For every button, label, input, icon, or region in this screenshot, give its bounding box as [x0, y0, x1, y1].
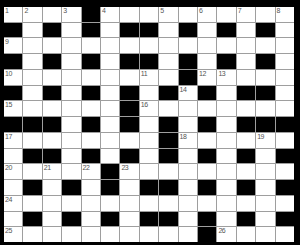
white-cell-r4c2[interactable]: [23, 54, 41, 69]
white-cell-r11c11[interactable]: [198, 164, 216, 179]
white-cell-r5c14[interactable]: [256, 70, 274, 85]
black-cell-r8c1: [4, 117, 22, 132]
black-cell-r6c3: [43, 86, 61, 101]
clue-number-9: 9: [5, 38, 8, 46]
white-cell-r6c2[interactable]: [23, 86, 41, 101]
black-cell-r6c1: [4, 86, 22, 101]
black-cell-r10c5: [82, 149, 100, 164]
white-cell-r13c4[interactable]: [62, 196, 80, 211]
white-cell-r15c5[interactable]: [82, 227, 100, 242]
white-cell-r15c4[interactable]: [62, 227, 80, 242]
black-cell-r15c11: [198, 227, 216, 242]
white-cell-r5c7[interactable]: [120, 70, 138, 85]
black-cell-r6c9: [159, 86, 177, 101]
black-cell-r10c2: [23, 149, 41, 164]
white-cell-r12c1[interactable]: [4, 180, 22, 195]
white-cell-r13c13[interactable]: [237, 196, 255, 211]
black-cell-r11c6: [101, 164, 119, 179]
white-cell-r9c7[interactable]: [120, 133, 138, 148]
white-cell-r15c7[interactable]: [120, 227, 138, 242]
white-cell-r10c8[interactable]: [140, 149, 158, 164]
white-cell-r6c8[interactable]: [140, 86, 158, 101]
white-cell-r1c10[interactable]: [179, 7, 197, 22]
white-cell-r15c6[interactable]: [101, 227, 119, 242]
clue-number-13: 13: [218, 70, 225, 78]
black-cell-r8c3: [43, 117, 61, 132]
white-cell-r2c4[interactable]: [62, 23, 80, 38]
clue-number-18: 18: [180, 133, 187, 141]
white-cell-r7c11[interactable]: [198, 101, 216, 116]
white-cell-r11c13[interactable]: [237, 164, 255, 179]
white-cell-r11c15[interactable]: [276, 164, 294, 179]
white-cell-r9c10[interactable]: 18: [179, 133, 197, 148]
white-cell-r9c5[interactable]: [82, 133, 100, 148]
white-cell-r15c14[interactable]: [256, 227, 274, 242]
white-cell-r5c6[interactable]: [101, 70, 119, 85]
white-cell-r7c4[interactable]: [62, 101, 80, 116]
black-cell-r10c13: [237, 149, 255, 164]
white-cell-r5c13[interactable]: [237, 70, 255, 85]
black-cell-r7c7: [120, 101, 138, 116]
white-cell-r11c10[interactable]: [179, 164, 197, 179]
white-cell-r7c8[interactable]: 16: [140, 101, 158, 116]
white-cell-r7c13[interactable]: [237, 101, 255, 116]
white-cell-r3c12[interactable]: [217, 38, 235, 53]
black-cell-r6c7: [120, 86, 138, 101]
white-cell-r2c13[interactable]: [237, 23, 255, 38]
white-cell-r1c1[interactable]: 1: [4, 7, 22, 22]
white-cell-r1c3[interactable]: [43, 7, 61, 22]
white-cell-r5c11[interactable]: 12: [198, 70, 216, 85]
white-cell-r11c12[interactable]: [217, 164, 235, 179]
clue-number-6: 6: [199, 7, 202, 15]
white-cell-r15c13[interactable]: [237, 227, 255, 242]
white-cell-r15c9[interactable]: [159, 227, 177, 242]
black-cell-r8c2: [23, 117, 41, 132]
white-cell-r6c10[interactable]: 14: [179, 86, 197, 101]
white-cell-r5c1[interactable]: 10: [4, 70, 22, 85]
white-cell-r7c15[interactable]: [276, 101, 294, 116]
black-cell-r8c5: [82, 117, 100, 132]
black-cell-r2c8: [140, 23, 158, 38]
white-cell-r5c8[interactable]: 11: [140, 70, 158, 85]
clue-number-10: 10: [5, 70, 12, 78]
white-cell-r7c12[interactable]: [217, 101, 235, 116]
white-cell-r12c12[interactable]: [217, 180, 235, 195]
white-cell-r13c8[interactable]: [140, 196, 158, 211]
white-cell-r1c7[interactable]: [120, 7, 138, 22]
black-cell-r6c14: [256, 86, 274, 101]
white-cell-r6c12[interactable]: [217, 86, 235, 101]
black-cell-r14c4: [62, 212, 80, 227]
white-cell-r9c6[interactable]: [101, 133, 119, 148]
black-cell-r12c9: [159, 180, 177, 195]
black-cell-r14c9: [159, 212, 177, 227]
white-cell-r15c8[interactable]: [140, 227, 158, 242]
white-cell-r5c5[interactable]: [82, 70, 100, 85]
white-cell-r9c3[interactable]: [43, 133, 61, 148]
clue-number-12: 12: [199, 70, 206, 78]
clue-number-7: 7: [238, 7, 241, 15]
white-cell-r14c12[interactable]: [217, 212, 235, 227]
white-cell-r9c4[interactable]: [62, 133, 80, 148]
white-cell-r15c12[interactable]: 26: [217, 227, 235, 242]
black-cell-r12c8: [140, 180, 158, 195]
white-cell-r11c9[interactable]: [159, 164, 177, 179]
white-cell-r14c14[interactable]: [256, 212, 274, 227]
black-cell-r12c11: [198, 180, 216, 195]
white-cell-r13c15[interactable]: [276, 196, 294, 211]
white-cell-r15c3[interactable]: [43, 227, 61, 242]
white-cell-r4c11[interactable]: [198, 54, 216, 69]
crossword-board-frame: 1234567891011121314151617181920212223242…: [0, 0, 300, 245]
clue-number-15: 15: [5, 101, 12, 109]
white-cell-r1c6[interactable]: 4: [101, 7, 119, 22]
black-cell-r10c3: [43, 149, 61, 164]
white-cell-r6c4[interactable]: [62, 86, 80, 101]
white-cell-r5c12[interactable]: 13: [217, 70, 235, 85]
black-cell-r4c12: [217, 54, 235, 69]
white-cell-r2c6[interactable]: [101, 23, 119, 38]
white-cell-r11c1[interactable]: 20: [4, 164, 22, 179]
white-cell-r13c2[interactable]: [23, 196, 41, 211]
white-cell-r8c10[interactable]: [179, 117, 197, 132]
black-cell-r4c14: [256, 54, 274, 69]
black-cell-r5c10: [179, 70, 197, 85]
white-cell-r1c12[interactable]: [217, 7, 235, 22]
white-cell-r12c7[interactable]: [120, 180, 138, 195]
black-cell-r12c4: [62, 180, 80, 195]
white-cell-r3c6[interactable]: [101, 38, 119, 53]
white-cell-r10c4[interactable]: [62, 149, 80, 164]
clue-number-8: 8: [277, 7, 280, 15]
black-cell-r6c5: [82, 86, 100, 101]
black-cell-r10c15: [276, 149, 294, 164]
white-cell-r9c2[interactable]: [23, 133, 41, 148]
black-cell-r10c11: [198, 149, 216, 164]
white-cell-r15c15[interactable]: [276, 227, 294, 242]
white-cell-r13c6[interactable]: [101, 196, 119, 211]
black-cell-r8c14: [256, 117, 274, 132]
clue-number-14: 14: [180, 86, 187, 94]
white-cell-r3c11[interactable]: [198, 38, 216, 53]
white-cell-r10c6[interactable]: [101, 149, 119, 164]
white-cell-r14c5[interactable]: [82, 212, 100, 227]
black-cell-r8c13: [237, 117, 255, 132]
white-cell-r7c6[interactable]: [101, 101, 119, 116]
white-cell-r7c1[interactable]: 15: [4, 101, 22, 116]
black-cell-r9c9: [159, 133, 177, 148]
black-cell-r2c7: [120, 23, 138, 38]
white-cell-r2c2[interactable]: [23, 23, 41, 38]
black-cell-r4c7: [120, 54, 138, 69]
black-cell-r14c13: [237, 212, 255, 227]
clue-number-24: 24: [5, 196, 12, 204]
white-cell-r7c5[interactable]: [82, 101, 100, 116]
white-cell-r6c6[interactable]: [101, 86, 119, 101]
white-cell-r11c7[interactable]: 23: [120, 164, 138, 179]
white-cell-r12c5[interactable]: [82, 180, 100, 195]
white-cell-r1c11[interactable]: 6: [198, 7, 216, 22]
black-cell-r14c11: [198, 212, 216, 227]
clue-number-4: 4: [102, 7, 105, 15]
black-cell-r1c5: [82, 7, 100, 22]
clue-number-23: 23: [121, 164, 128, 172]
black-cell-r6c11: [198, 86, 216, 101]
clue-number-17: 17: [5, 133, 12, 141]
black-cell-r8c9: [159, 117, 177, 132]
white-cell-r7c10[interactable]: [179, 101, 197, 116]
clue-number-26: 26: [218, 227, 225, 235]
black-cell-r2c3: [43, 23, 61, 38]
white-cell-r9c14[interactable]: 19: [256, 133, 274, 148]
white-cell-r4c15[interactable]: [276, 54, 294, 69]
black-cell-r10c9: [159, 149, 177, 164]
white-cell-r7c2[interactable]: [23, 101, 41, 116]
white-cell-r4c13[interactable]: [237, 54, 255, 69]
white-cell-r3c2[interactable]: [23, 38, 41, 53]
white-cell-r7c14[interactable]: [256, 101, 274, 116]
black-cell-r8c7: [120, 117, 138, 132]
white-cell-r1c15[interactable]: 8: [276, 7, 294, 22]
white-cell-r14c1[interactable]: [4, 212, 22, 227]
white-cell-r13c1[interactable]: 24: [4, 196, 22, 211]
white-cell-r3c8[interactable]: [140, 38, 158, 53]
white-cell-r4c4[interactable]: [62, 54, 80, 69]
white-cell-r12c10[interactable]: [179, 180, 197, 195]
white-cell-r3c15[interactable]: [276, 38, 294, 53]
white-cell-r15c10[interactable]: [179, 227, 197, 242]
white-cell-r13c5[interactable]: [82, 196, 100, 211]
black-cell-r2c5: [82, 23, 100, 38]
white-cell-r2c15[interactable]: [276, 23, 294, 38]
white-cell-r9c8[interactable]: [140, 133, 158, 148]
white-cell-r11c2[interactable]: [23, 164, 41, 179]
black-cell-r12c15: [276, 180, 294, 195]
clue-number-3: 3: [63, 7, 66, 15]
white-cell-r14c3[interactable]: [43, 212, 61, 227]
white-cell-r8c8[interactable]: [140, 117, 158, 132]
black-cell-r8c11: [198, 117, 216, 132]
white-cell-r7c9[interactable]: [159, 101, 177, 116]
white-cell-r8c4[interactable]: [62, 117, 80, 132]
black-cell-r2c1: [4, 23, 22, 38]
clue-number-20: 20: [5, 164, 12, 172]
black-cell-r8c15: [276, 117, 294, 132]
white-cell-r15c2[interactable]: [23, 227, 41, 242]
white-cell-r4c9[interactable]: [159, 54, 177, 69]
white-cell-r3c10[interactable]: [179, 38, 197, 53]
black-cell-r12c6: [101, 180, 119, 195]
white-cell-r3c5[interactable]: [82, 38, 100, 53]
black-cell-r14c15: [276, 212, 294, 227]
white-cell-r9c15[interactable]: [276, 133, 294, 148]
black-cell-r12c13: [237, 180, 255, 195]
clue-number-21: 21: [44, 164, 51, 172]
white-cell-r13c9[interactable]: [159, 196, 177, 211]
white-cell-r9c11[interactable]: [198, 133, 216, 148]
white-cell-r15c1[interactable]: 25: [4, 227, 22, 242]
white-cell-r9c13[interactable]: [237, 133, 255, 148]
white-cell-r8c12[interactable]: [217, 117, 235, 132]
black-cell-r2c14: [256, 23, 274, 38]
white-cell-r5c2[interactable]: [23, 70, 41, 85]
black-cell-r10c7: [120, 149, 138, 164]
white-cell-r1c2[interactable]: 2: [23, 7, 41, 22]
white-cell-r3c3[interactable]: [43, 38, 61, 53]
black-cell-r14c8: [140, 212, 158, 227]
white-cell-r3c13[interactable]: [237, 38, 255, 53]
clue-number-19: 19: [257, 133, 264, 141]
black-cell-r2c12: [217, 23, 235, 38]
white-cell-r6c15[interactable]: [276, 86, 294, 101]
white-cell-r5c15[interactable]: [276, 70, 294, 85]
white-cell-r11c4[interactable]: [62, 164, 80, 179]
black-cell-r4c1: [4, 54, 22, 69]
black-cell-r6c13: [237, 86, 255, 101]
white-cell-r1c13[interactable]: 7: [237, 7, 255, 22]
white-cell-r2c11[interactable]: [198, 23, 216, 38]
white-cell-r13c10[interactable]: [179, 196, 197, 211]
white-cell-r7c3[interactable]: [43, 101, 61, 116]
black-cell-r4c3: [43, 54, 61, 69]
white-cell-r13c3[interactable]: [43, 196, 61, 211]
black-cell-r4c5: [82, 54, 100, 69]
clue-number-22: 22: [83, 164, 90, 172]
white-cell-r1c4[interactable]: 3: [62, 7, 80, 22]
white-cell-r10c10[interactable]: [179, 149, 197, 164]
black-cell-r4c10: [179, 54, 197, 69]
white-cell-r2c9[interactable]: [159, 23, 177, 38]
clue-number-5: 5: [160, 7, 163, 15]
white-cell-r8c6[interactable]: [101, 117, 119, 132]
white-cell-r3c4[interactable]: [62, 38, 80, 53]
white-cell-r3c7[interactable]: [120, 38, 138, 53]
white-cell-r12c3[interactable]: [43, 180, 61, 195]
black-cell-r4c8: [140, 54, 158, 69]
black-cell-r14c2: [23, 212, 41, 227]
white-cell-r5c4[interactable]: [62, 70, 80, 85]
white-cell-r9c12[interactable]: [217, 133, 235, 148]
white-cell-r1c14[interactable]: [256, 7, 274, 22]
white-cell-r13c11[interactable]: [198, 196, 216, 211]
white-cell-r13c12[interactable]: [217, 196, 235, 211]
white-cell-r10c12[interactable]: [217, 149, 235, 164]
black-cell-r14c6: [101, 212, 119, 227]
black-cell-r2c10: [179, 23, 197, 38]
white-cell-r10c1[interactable]: [4, 149, 22, 164]
clue-number-11: 11: [141, 70, 147, 78]
clue-number-2: 2: [24, 7, 27, 15]
crossword-grid: 1234567891011121314151617181920212223242…: [4, 7, 294, 242]
black-cell-r12c2: [23, 180, 41, 195]
white-cell-r11c5[interactable]: 22: [82, 164, 100, 179]
white-cell-r10c14[interactable]: [256, 149, 274, 164]
white-cell-r14c7[interactable]: [120, 212, 138, 227]
white-cell-r13c14[interactable]: [256, 196, 274, 211]
white-cell-r5c9[interactable]: [159, 70, 177, 85]
clue-number-25: 25: [5, 227, 12, 235]
white-cell-r1c9[interactable]: 5: [159, 7, 177, 22]
white-cell-r9c1[interactable]: 17: [4, 133, 22, 148]
white-cell-r11c3[interactable]: 21: [43, 164, 61, 179]
white-cell-r11c14[interactable]: [256, 164, 274, 179]
clue-number-1: 1: [5, 7, 8, 15]
clue-number-16: 16: [141, 101, 148, 109]
white-cell-r14c10[interactable]: [179, 212, 197, 227]
white-cell-r12c14[interactable]: [256, 180, 274, 195]
white-cell-r4c6[interactable]: [101, 54, 119, 69]
white-cell-r13c7[interactable]: [120, 196, 138, 211]
white-cell-r5c3[interactable]: [43, 70, 61, 85]
white-cell-r1c8[interactable]: [140, 7, 158, 22]
white-cell-r3c9[interactable]: [159, 38, 177, 53]
white-cell-r11c8[interactable]: [140, 164, 158, 179]
white-cell-r3c1[interactable]: 9: [4, 38, 22, 53]
white-cell-r3c14[interactable]: [256, 38, 274, 53]
